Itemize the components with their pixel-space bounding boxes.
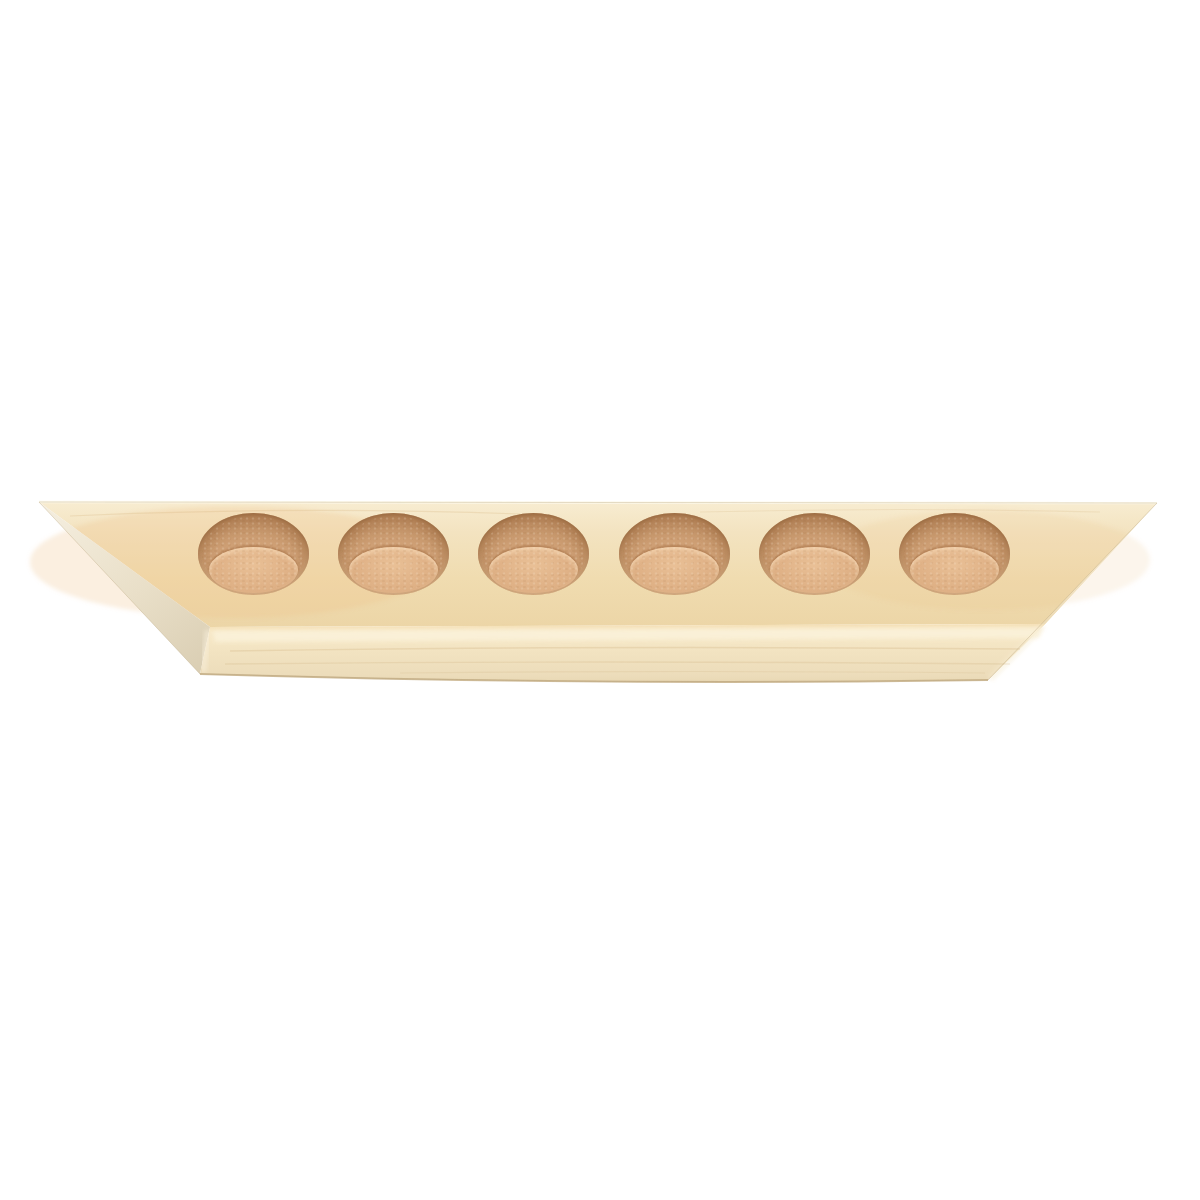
product-photo-canvas [0,0,1200,1200]
pit-grid [183,512,1025,596]
pit-opening [198,513,309,595]
pit-opening [478,513,589,595]
pit-opening [619,513,730,595]
pit-bowl-bottom [910,547,999,593]
pit-bowl-bottom [630,547,719,593]
pit-opening [759,513,870,595]
pit-6[interactable] [885,512,1025,596]
pit-opening [899,513,1010,595]
pit-bowl-bottom [209,547,298,593]
pit-bowl-bottom [349,547,438,593]
pit-1[interactable] [183,512,323,596]
pit-opening [338,513,449,595]
mancala-board [0,0,1200,1200]
pit-4[interactable] [604,512,744,596]
pit-bowl-bottom [489,547,578,593]
pit-5[interactable] [744,512,884,596]
pit-2[interactable] [323,512,463,596]
pit-bowl-bottom [770,547,859,593]
pit-3[interactable] [464,512,604,596]
